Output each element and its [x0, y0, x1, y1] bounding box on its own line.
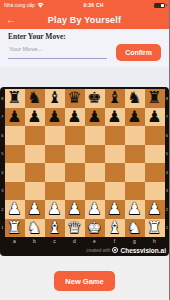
- square-e6[interactable]: [85, 126, 105, 145]
- square-g1[interactable]: ♞: [125, 219, 145, 238]
- square-d8[interactable]: ♛: [65, 89, 85, 108]
- white-pawn: ♟: [107, 200, 121, 219]
- square-d3[interactable]: [65, 182, 85, 201]
- square-f1[interactable]: ♝: [105, 219, 125, 238]
- bottom-bar: New Game: [0, 256, 169, 300]
- app-bar: ← Play By Yourself: [0, 10, 169, 29]
- square-g7[interactable]: ♟: [125, 108, 145, 127]
- white-bishop: ♝: [47, 219, 61, 238]
- created-with-label: created with: [86, 248, 110, 253]
- white-pawn: ♟: [27, 200, 41, 219]
- square-a1[interactable]: ♜: [5, 219, 25, 238]
- square-g6[interactable]: [125, 126, 145, 145]
- file-label-b: b: [25, 237, 45, 245]
- wifi-icon: [37, 2, 44, 8]
- square-g3[interactable]: [125, 182, 145, 201]
- rank-label-6: 6: [165, 126, 170, 145]
- square-f4[interactable]: [105, 163, 125, 182]
- square-e3[interactable]: [85, 182, 105, 201]
- white-pawn: ♟: [7, 200, 21, 219]
- board-footer: created with Chessvision.ai: [0, 245, 169, 256]
- square-c8[interactable]: ♝: [45, 89, 65, 108]
- square-d6[interactable]: [65, 126, 85, 145]
- square-d1[interactable]: ♛: [65, 219, 85, 238]
- square-b5[interactable]: [25, 145, 45, 164]
- black-pawn: ♟: [27, 108, 41, 127]
- board-grid: ♜♞♝♛♚♝♞♜♟♟♟♟♟♟♟♟♟♟♟♟♟♟♟♟♜♞♝♛♚♝♞♜: [5, 89, 165, 237]
- square-e2[interactable]: ♟: [85, 200, 105, 219]
- move-input[interactable]: [8, 46, 107, 59]
- black-rook: ♜: [147, 89, 161, 108]
- rank-label-1: 1: [165, 219, 170, 238]
- file-label-f: f: [105, 237, 125, 245]
- file-label-d: d: [65, 237, 85, 245]
- square-e7[interactable]: ♟: [85, 108, 105, 127]
- square-e1[interactable]: ♚: [85, 219, 105, 238]
- square-b1[interactable]: ♞: [25, 219, 45, 238]
- file-label-a: a: [5, 237, 25, 245]
- black-pawn: ♟: [67, 108, 81, 127]
- rank-label-4: 4: [165, 163, 170, 182]
- white-knight: ♞: [27, 219, 41, 238]
- carrier-label: Nhà cung cấp: [4, 2, 35, 8]
- rank-label-8: 8: [165, 89, 170, 108]
- chessvision-logo-icon: [112, 247, 118, 253]
- square-h2[interactable]: ♟: [145, 200, 165, 219]
- black-pawn: ♟: [147, 108, 161, 127]
- square-c1[interactable]: ♝: [45, 219, 65, 238]
- square-f6[interactable]: [105, 126, 125, 145]
- square-f7[interactable]: ♟: [105, 108, 125, 127]
- rank-labels-right: 87654321: [165, 89, 170, 237]
- square-a3[interactable]: [5, 182, 25, 201]
- confirm-button[interactable]: Confirm: [116, 44, 161, 61]
- rank-label-5: 5: [165, 145, 170, 164]
- move-label: Enter Your Move:: [8, 32, 161, 41]
- black-pawn: ♟: [127, 108, 141, 127]
- square-d2[interactable]: ♟: [65, 200, 85, 219]
- white-pawn: ♟: [87, 200, 101, 219]
- square-b2[interactable]: ♟: [25, 200, 45, 219]
- square-h1[interactable]: ♜: [145, 219, 165, 238]
- app-screen: Nhà cung cấp 9:36 CH ← Play By Yourself …: [0, 0, 169, 300]
- square-h4[interactable]: [145, 163, 165, 182]
- square-f2[interactable]: ♟: [105, 200, 125, 219]
- black-pawn: ♟: [107, 108, 121, 127]
- white-pawn: ♟: [47, 200, 61, 219]
- white-rook: ♜: [147, 219, 161, 238]
- black-pawn: ♟: [7, 108, 21, 127]
- white-king: ♚: [87, 219, 101, 238]
- page-title: Play By Yourself: [0, 15, 169, 25]
- new-game-button[interactable]: New Game: [54, 271, 114, 291]
- square-b8[interactable]: ♞: [25, 89, 45, 108]
- square-a6[interactable]: [5, 126, 25, 145]
- black-bishop: ♝: [47, 89, 61, 108]
- black-king: ♚: [87, 89, 101, 108]
- square-g8[interactable]: ♞: [125, 89, 145, 108]
- black-rook: ♜: [7, 89, 21, 108]
- file-label-e: e: [85, 237, 105, 245]
- file-labels: abcdefgh: [0, 237, 169, 245]
- square-c6[interactable]: [45, 126, 65, 145]
- clock-label: 9:36 CH: [65, 2, 103, 8]
- square-d7[interactable]: ♟: [65, 108, 85, 127]
- square-c5[interactable]: [45, 145, 65, 164]
- black-pawn: ♟: [87, 108, 101, 127]
- square-c4[interactable]: [45, 163, 65, 182]
- square-c2[interactable]: ♟: [45, 200, 65, 219]
- square-b4[interactable]: [25, 163, 45, 182]
- rank-label-2: 2: [165, 200, 170, 219]
- square-d5[interactable]: [65, 145, 85, 164]
- square-f5[interactable]: [105, 145, 125, 164]
- white-pawn: ♟: [127, 200, 141, 219]
- square-b6[interactable]: [25, 126, 45, 145]
- square-h6[interactable]: [145, 126, 165, 145]
- square-g4[interactable]: [125, 163, 145, 182]
- square-a5[interactable]: [5, 145, 25, 164]
- square-c3[interactable]: [45, 182, 65, 201]
- square-d4[interactable]: [65, 163, 85, 182]
- square-a4[interactable]: [5, 163, 25, 182]
- move-form: Enter Your Move: Confirm: [0, 29, 169, 67]
- black-queen: ♛: [67, 89, 81, 108]
- white-pawn: ♟: [147, 200, 161, 219]
- square-a2[interactable]: ♟: [5, 200, 25, 219]
- square-b3[interactable]: [25, 182, 45, 201]
- square-e5[interactable]: [85, 145, 105, 164]
- square-a8[interactable]: ♜: [5, 89, 25, 108]
- black-knight: ♞: [27, 89, 41, 108]
- black-bishop: ♝: [107, 89, 121, 108]
- square-c7[interactable]: ♟: [45, 108, 65, 127]
- black-pawn: ♟: [47, 108, 61, 127]
- square-h3[interactable]: [145, 182, 165, 201]
- white-pawn: ♟: [67, 200, 81, 219]
- square-f3[interactable]: [105, 182, 125, 201]
- chessvision-brand-label: Chessvision.ai: [120, 247, 166, 254]
- file-label-g: g: [125, 237, 145, 245]
- black-knight: ♞: [127, 89, 141, 108]
- battery-icon: [154, 3, 165, 8]
- square-e8[interactable]: ♚: [85, 89, 105, 108]
- file-label-c: c: [45, 237, 65, 245]
- square-b7[interactable]: ♟: [25, 108, 45, 127]
- square-a7[interactable]: ♟: [5, 108, 25, 127]
- file-label-h: h: [145, 237, 165, 245]
- square-h7[interactable]: ♟: [145, 108, 165, 127]
- back-button[interactable]: ←: [0, 15, 22, 25]
- status-bar: Nhà cung cấp 9:36 CH: [0, 0, 169, 10]
- square-g2[interactable]: ♟: [125, 200, 145, 219]
- white-bishop: ♝: [107, 219, 121, 238]
- square-e4[interactable]: [85, 163, 105, 182]
- rank-label-3: 3: [165, 182, 170, 201]
- square-f8[interactable]: ♝: [105, 89, 125, 108]
- spacer: [0, 67, 169, 87]
- rank-label-7: 7: [165, 108, 170, 127]
- square-h8[interactable]: ♜: [145, 89, 165, 108]
- chess-board: 87654321 ♜♞♝♛♚♝♞♜♟♟♟♟♟♟♟♟♟♟♟♟♟♟♟♟♜♞♝♛♚♝♞…: [0, 87, 169, 256]
- white-knight: ♞: [127, 219, 141, 238]
- white-queen: ♛: [67, 219, 81, 238]
- white-rook: ♜: [7, 219, 21, 238]
- square-h5[interactable]: [145, 145, 165, 164]
- square-g5[interactable]: [125, 145, 145, 164]
